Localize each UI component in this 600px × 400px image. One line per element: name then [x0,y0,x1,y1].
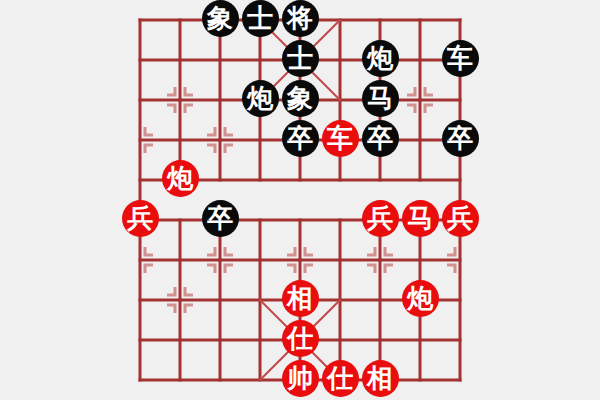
intersection-1-8 [160,320,200,360]
piece-red-horse[interactable]: 马 [402,200,439,237]
intersection-5-9: 仕 [320,360,360,400]
intersection-5-5 [320,200,360,240]
intersection-7-0 [400,0,440,40]
piece-red-soldier[interactable]: 兵 [442,200,479,237]
intersection-3-9 [240,360,280,400]
intersection-7-1 [400,40,440,80]
intersection-6-4 [360,160,400,200]
intersection-5-4 [320,160,360,200]
intersection-5-8 [320,320,360,360]
intersection-8-8 [440,320,480,360]
intersection-8-2 [440,80,480,120]
intersection-0-0 [120,0,160,40]
piece-red-elephant[interactable]: 相 [362,360,399,397]
intersection-4-5 [280,200,320,240]
intersection-4-1: 士 [280,40,320,80]
intersection-2-3 [200,120,240,160]
piece-black-soldier[interactable]: 卒 [362,120,399,157]
piece-red-elephant[interactable]: 相 [282,280,319,317]
intersection-6-5: 兵 [360,200,400,240]
intersection-8-3: 卒 [440,120,480,160]
intersection-3-7 [240,280,280,320]
piece-black-elephant[interactable]: 象 [202,0,239,37]
piece-black-horse[interactable]: 马 [362,80,399,117]
intersection-6-2: 马 [360,80,400,120]
intersection-2-9 [200,360,240,400]
piece-red-soldier[interactable]: 兵 [122,200,159,237]
intersection-2-5: 卒 [200,200,240,240]
intersection-2-6 [200,240,240,280]
intersection-7-6 [400,240,440,280]
intersection-3-0: 士 [240,0,280,40]
intersection-8-9 [440,360,480,400]
intersection-2-4 [200,160,240,200]
intersection-0-9 [120,360,160,400]
piece-black-cannon[interactable]: 炮 [362,40,399,77]
piece-red-cannon[interactable]: 炮 [162,160,199,197]
intersection-4-8: 仕 [280,320,320,360]
piece-red-general[interactable]: 帅 [282,360,319,397]
intersection-0-7 [120,280,160,320]
intersection-5-7 [320,280,360,320]
intersection-3-8 [240,320,280,360]
intersection-3-4 [240,160,280,200]
intersection-7-9 [400,360,440,400]
piece-black-elephant[interactable]: 象 [282,80,319,117]
intersection-0-1 [120,40,160,80]
intersection-1-5 [160,200,200,240]
piece-black-advisor[interactable]: 士 [242,0,279,37]
intersection-7-7: 炮 [400,280,440,320]
intersection-1-7 [160,280,200,320]
intersection-8-5: 兵 [440,200,480,240]
intersection-0-6 [120,240,160,280]
intersection-4-6 [280,240,320,280]
intersection-7-8 [400,320,440,360]
piece-red-advisor[interactable]: 仕 [282,320,319,357]
intersection-1-0 [160,0,200,40]
piece-black-chariot[interactable]: 车 [442,40,479,77]
intersection-1-4: 炮 [160,160,200,200]
piece-black-soldier[interactable]: 卒 [202,200,239,237]
intersection-7-3 [400,120,440,160]
piece-black-cannon[interactable]: 炮 [242,80,279,117]
intersection-3-1 [240,40,280,80]
intersection-1-3 [160,120,200,160]
intersection-1-1 [160,40,200,80]
intersection-0-2 [120,80,160,120]
intersection-2-8 [200,320,240,360]
intersection-0-8 [120,320,160,360]
intersection-2-0: 象 [200,0,240,40]
intersection-0-4 [120,160,160,200]
intersection-4-2: 象 [280,80,320,120]
intersection-6-1: 炮 [360,40,400,80]
intersection-2-2 [200,80,240,120]
intersection-3-3 [240,120,280,160]
intersection-5-1 [320,40,360,80]
intersection-7-4 [400,160,440,200]
piece-red-chariot[interactable]: 车 [322,120,359,157]
intersection-7-2 [400,80,440,120]
piece-black-advisor[interactable]: 士 [282,40,319,77]
intersection-1-2 [160,80,200,120]
intersection-6-8 [360,320,400,360]
intersection-1-9 [160,360,200,400]
intersection-5-2 [320,80,360,120]
intersection-6-0 [360,0,400,40]
intersection-5-0 [320,0,360,40]
intersection-7-5: 马 [400,200,440,240]
intersection-0-3 [120,120,160,160]
intersection-4-0: 将 [280,0,320,40]
intersection-3-6 [240,240,280,280]
intersection-0-5: 兵 [120,200,160,240]
piece-black-general[interactable]: 将 [282,0,319,37]
piece-black-soldier[interactable]: 卒 [282,120,319,157]
piece-black-soldier[interactable]: 卒 [442,120,479,157]
piece-red-advisor[interactable]: 仕 [322,360,359,397]
intersection-4-9: 帅 [280,360,320,400]
intersection-5-3: 车 [320,120,360,160]
intersection-6-7 [360,280,400,320]
intersection-4-4 [280,160,320,200]
intersection-8-6 [440,240,480,280]
intersection-3-5 [240,200,280,240]
intersection-4-3: 卒 [280,120,320,160]
xiangqi-board: 象士将士炮车炮象马卒车卒卒炮兵卒兵马兵相炮仕帅仕相 [120,0,480,400]
intersection-8-4 [440,160,480,200]
intersection-6-3: 卒 [360,120,400,160]
intersection-6-6 [360,240,400,280]
intersection-1-6 [160,240,200,280]
intersection-2-1 [200,40,240,80]
piece-red-cannon[interactable]: 炮 [402,280,439,317]
intersection-2-7 [200,280,240,320]
intersection-8-1: 车 [440,40,480,80]
xiangqi-screenshot: 象士将士炮车炮象马卒车卒卒炮兵卒兵马兵相炮仕帅仕相 [0,0,600,400]
piece-red-soldier[interactable]: 兵 [362,200,399,237]
intersection-6-9: 相 [360,360,400,400]
intersection-3-2: 炮 [240,80,280,120]
intersection-8-0 [440,0,480,40]
intersection-8-7 [440,280,480,320]
intersection-5-6 [320,240,360,280]
intersection-4-7: 相 [280,280,320,320]
